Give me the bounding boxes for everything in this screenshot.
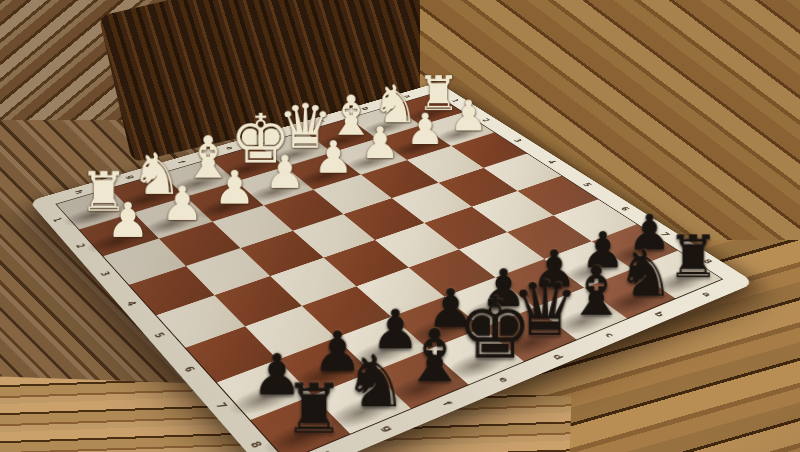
piece-white-pawn-e2[interactable]: ♟ bbox=[257, 151, 314, 194]
piece-white-pawn-f2[interactable]: ♟ bbox=[206, 166, 264, 210]
chess-board: ♜♞♝♚♛♝♞♜♟♟♟♟♟♟♟♟♟♟♟♟♟♟♟♟♜♞♝♚♛♝♞♜ bbox=[57, 94, 722, 452]
piece-white-pawn-g2[interactable]: ♟ bbox=[153, 182, 212, 227]
scene: ♜♞♝♚♛♝♞♜♟♟♟♟♟♟♟♟♟♟♟♟♟♟♟♟♜♞♝♚♛♝♞♜ hgfedcb… bbox=[0, 0, 800, 452]
piece-white-pawn-d2[interactable]: ♟ bbox=[306, 137, 362, 179]
perspective-wrapper: ♜♞♝♚♛♝♞♜♟♟♟♟♟♟♟♟♟♟♟♟♟♟♟♟♜♞♝♚♛♝♞♜ hgfedcb… bbox=[0, 0, 800, 452]
chess-mat: ♜♞♝♚♛♝♞♜♟♟♟♟♟♟♟♟♟♟♟♟♟♟♟♟♜♞♝♚♛♝♞♜ hgfedcb… bbox=[29, 83, 755, 452]
piece-white-pawn-h2[interactable]: ♟ bbox=[98, 198, 158, 244]
coord-label-3-right: 3 bbox=[491, 130, 545, 151]
piece-black-rook-h8[interactable]: ♜ bbox=[277, 376, 351, 441]
